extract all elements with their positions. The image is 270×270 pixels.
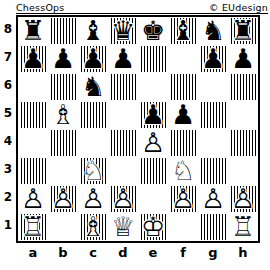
square-g6[interactable] — [198, 73, 228, 101]
piece-face: ♙ — [111, 185, 135, 213]
file-label-a: a — [18, 243, 48, 261]
square-d7[interactable]: ♟ — [108, 45, 138, 73]
square-a1[interactable]: ♜♖ — [18, 213, 48, 241]
square-a2[interactable]: ♟♙ — [18, 185, 48, 213]
board: ♜♝♛♚♝♞♜♟♟♟♟♟♟♞♝♗♟♟♟♙♞♘♞♘♟♙♟♙♟♙♟♙♟♙♟♙♟♙♜♖… — [16, 15, 260, 243]
square-e8[interactable]: ♚ — [138, 17, 168, 45]
piece-face: ♙ — [231, 185, 255, 213]
square-c3[interactable]: ♞♘ — [78, 157, 108, 185]
square-f7[interactable] — [168, 45, 198, 73]
rank-label-1: 1 — [0, 211, 16, 239]
square-h2[interactable]: ♟♙ — [228, 185, 258, 213]
piece-white-pawn[interactable]: ♟♙ — [48, 185, 78, 213]
piece-black-knight[interactable]: ♞ — [198, 17, 228, 45]
piece-black-queen[interactable]: ♛ — [108, 17, 138, 45]
square-e3[interactable] — [138, 157, 168, 185]
file-label-c: c — [78, 243, 108, 261]
square-d5[interactable] — [108, 101, 138, 129]
piece-black-pawn[interactable]: ♟ — [198, 45, 228, 73]
piece-face: ♖ — [231, 213, 255, 241]
piece-white-bishop[interactable]: ♝♗ — [48, 101, 78, 129]
square-g8[interactable]: ♞ — [198, 17, 228, 45]
square-b3[interactable] — [48, 157, 78, 185]
piece-white-knight[interactable]: ♞♘ — [78, 157, 108, 185]
square-d6[interactable] — [108, 73, 138, 101]
piece-face: ♗ — [81, 213, 105, 241]
square-g4[interactable] — [198, 129, 228, 157]
rank-labels: 87654321 — [0, 15, 16, 243]
square-g5[interactable] — [198, 101, 228, 129]
square-h5[interactable] — [228, 101, 258, 129]
piece-face: ♕ — [111, 213, 135, 241]
square-g3[interactable] — [198, 157, 228, 185]
piece-white-pawn[interactable]: ♟♙ — [78, 185, 108, 213]
piece-face: ♙ — [51, 185, 75, 213]
square-h6[interactable] — [228, 73, 258, 101]
piece-black-pawn[interactable]: ♟ — [18, 45, 48, 73]
piece-black-pawn[interactable]: ♟ — [168, 101, 198, 129]
square-e1[interactable]: ♚♔ — [138, 213, 168, 241]
square-a4[interactable] — [18, 129, 48, 157]
square-f3[interactable]: ♞♘ — [168, 157, 198, 185]
piece-face: ♙ — [201, 185, 225, 213]
piece-white-pawn[interactable]: ♟♙ — [138, 129, 168, 157]
rank-label-6: 6 — [0, 71, 16, 99]
rank-label-5: 5 — [0, 99, 16, 127]
square-f8[interactable]: ♝ — [168, 17, 198, 45]
square-b7[interactable]: ♟ — [48, 45, 78, 73]
square-h7[interactable]: ♟ — [228, 45, 258, 73]
square-a8[interactable]: ♜ — [18, 17, 48, 45]
file-label-e: e — [138, 243, 168, 261]
square-h3[interactable] — [228, 157, 258, 185]
piece-black-rook[interactable]: ♜ — [228, 17, 258, 45]
square-c5[interactable] — [78, 101, 108, 129]
square-h8[interactable]: ♜ — [228, 17, 258, 45]
rank-label-7: 7 — [0, 43, 16, 71]
piece-white-queen[interactable]: ♛♕ — [108, 213, 138, 241]
square-e5[interactable]: ♟ — [138, 101, 168, 129]
piece-face: ♙ — [21, 185, 45, 213]
square-d2[interactable]: ♟♙ — [108, 185, 138, 213]
piece-white-pawn[interactable]: ♟♙ — [168, 185, 198, 213]
piece-black-pawn[interactable]: ♟ — [228, 45, 258, 73]
piece-white-knight[interactable]: ♞♘ — [168, 157, 198, 185]
square-a3[interactable] — [18, 157, 48, 185]
file-label-g: g — [198, 243, 228, 261]
piece-white-bishop[interactable]: ♝♗ — [78, 213, 108, 241]
square-f4[interactable] — [168, 129, 198, 157]
square-f1[interactable] — [168, 213, 198, 241]
piece-face: ♙ — [81, 185, 105, 213]
square-e7[interactable] — [138, 45, 168, 73]
square-d1[interactable]: ♛♕ — [108, 213, 138, 241]
square-e4[interactable]: ♟♙ — [138, 129, 168, 157]
piece-black-pawn[interactable]: ♟ — [108, 45, 138, 73]
file-label-f: f — [168, 243, 198, 261]
square-a6[interactable] — [18, 73, 48, 101]
square-c2[interactable]: ♟♙ — [78, 185, 108, 213]
piece-white-rook[interactable]: ♜♖ — [228, 213, 258, 241]
square-a5[interactable] — [18, 101, 48, 129]
piece-face: ♘ — [171, 157, 195, 185]
file-label-b: b — [48, 243, 78, 261]
piece-black-bishop[interactable]: ♝ — [168, 17, 198, 45]
piece-face: ♙ — [141, 129, 165, 157]
piece-black-knight[interactable]: ♞ — [78, 73, 108, 101]
square-c1[interactable]: ♝♗ — [78, 213, 108, 241]
title-bar: ChessOps © EUdesign — [16, 1, 268, 14]
square-d8[interactable]: ♛ — [108, 17, 138, 45]
piece-white-pawn[interactable]: ♟♙ — [198, 185, 228, 213]
file-label-h: h — [228, 243, 258, 261]
square-c6[interactable]: ♞ — [78, 73, 108, 101]
piece-white-pawn[interactable]: ♟♙ — [18, 185, 48, 213]
rank-label-8: 8 — [0, 15, 16, 43]
square-c7[interactable]: ♟ — [78, 45, 108, 73]
rank-label-3: 3 — [0, 155, 16, 183]
piece-white-king[interactable]: ♚♔ — [138, 213, 168, 241]
square-b1[interactable] — [48, 213, 78, 241]
square-f2[interactable]: ♟♙ — [168, 185, 198, 213]
square-e2[interactable] — [138, 185, 168, 213]
square-g7[interactable]: ♟ — [198, 45, 228, 73]
piece-face: ♙ — [171, 185, 195, 213]
square-c4[interactable] — [78, 129, 108, 157]
square-g2[interactable]: ♟♙ — [198, 185, 228, 213]
copyright-text: © EUdesign — [209, 2, 268, 13]
rank-label-4: 4 — [0, 127, 16, 155]
piece-face: ♗ — [51, 101, 75, 129]
square-c8[interactable]: ♝ — [78, 17, 108, 45]
square-h4[interactable] — [228, 129, 258, 157]
rank-label-2: 2 — [0, 183, 16, 211]
piece-face: ♘ — [81, 157, 105, 185]
piece-black-rook[interactable]: ♜ — [18, 17, 48, 45]
piece-black-pawn[interactable]: ♟ — [78, 45, 108, 73]
square-b5[interactable]: ♝♗ — [48, 101, 78, 129]
piece-white-pawn[interactable]: ♟♙ — [108, 185, 138, 213]
file-label-d: d — [108, 243, 138, 261]
piece-black-bishop[interactable]: ♝ — [78, 17, 108, 45]
square-b4[interactable] — [48, 129, 78, 157]
square-b2[interactable]: ♟♙ — [48, 185, 78, 213]
square-b8[interactable] — [48, 17, 78, 45]
square-b6[interactable] — [48, 73, 78, 101]
piece-face: ♖ — [21, 213, 45, 241]
piece-white-rook[interactable]: ♜♖ — [18, 213, 48, 241]
piece-face: ♔ — [141, 213, 165, 241]
square-d3[interactable] — [108, 157, 138, 185]
board-area: 87654321 ♜♝♛♚♝♞♜♟♟♟♟♟♟♞♝♗♟♟♟♙♞♘♞♘♟♙♟♙♟♙♟… — [0, 15, 270, 243]
square-f5[interactable]: ♟ — [168, 101, 198, 129]
piece-black-pawn[interactable]: ♟ — [138, 101, 168, 129]
piece-black-pawn[interactable]: ♟ — [48, 45, 78, 73]
file-labels: abcdefgh — [18, 243, 258, 261]
square-f6[interactable] — [168, 73, 198, 101]
square-g1[interactable] — [198, 213, 228, 241]
app-title: ChessOps — [16, 2, 64, 13]
square-a7[interactable]: ♟ — [18, 45, 48, 73]
square-d4[interactable] — [108, 129, 138, 157]
piece-white-pawn[interactable]: ♟♙ — [228, 185, 258, 213]
piece-black-king[interactable]: ♚ — [138, 17, 168, 45]
square-h1[interactable]: ♜♖ — [228, 213, 258, 241]
square-e6[interactable] — [138, 73, 168, 101]
